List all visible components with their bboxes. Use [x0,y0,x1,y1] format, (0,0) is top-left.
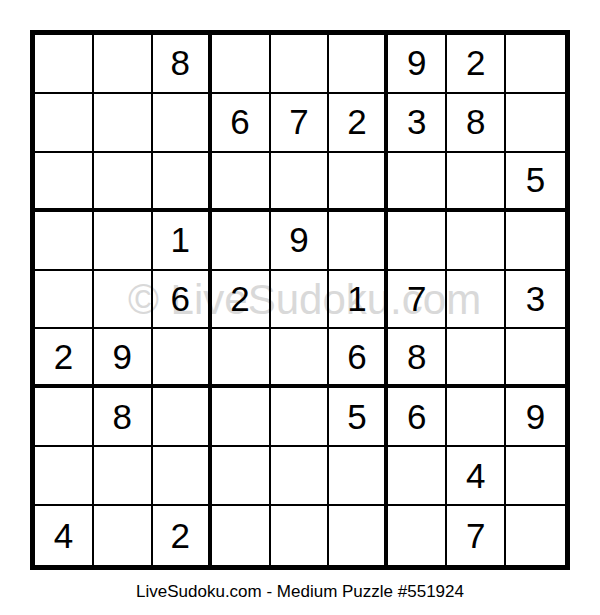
cell-r6c7[interactable]: 8 [388,329,447,388]
cell-r2c7[interactable]: 3 [388,94,447,153]
cell-r2c3[interactable] [153,94,212,153]
cell-r1c9[interactable] [506,35,565,94]
cell-r7c3[interactable] [153,388,212,447]
cell-r5c9[interactable]: 3 [506,271,565,330]
cell-r9c1[interactable]: 4 [35,506,94,565]
cell-r7c6[interactable]: 5 [329,388,388,447]
cell-r3c4[interactable] [212,153,271,212]
cell-r9c6[interactable] [329,506,388,565]
cell-r6c1[interactable]: 2 [35,329,94,388]
cell-r5c7[interactable]: 7 [388,271,447,330]
cell-r4c9[interactable] [506,212,565,271]
cell-r1c4[interactable] [212,35,271,94]
cell-r8c7[interactable] [388,447,447,506]
cell-r3c2[interactable] [94,153,153,212]
cell-r3c5[interactable] [271,153,330,212]
cell-r5c8[interactable] [447,271,506,330]
cell-r3c3[interactable] [153,153,212,212]
cell-r7c9[interactable]: 9 [506,388,565,447]
cell-r6c6[interactable]: 6 [329,329,388,388]
cell-r7c2[interactable]: 8 [94,388,153,447]
cell-r1c6[interactable] [329,35,388,94]
cell-r9c2[interactable] [94,506,153,565]
cell-r3c7[interactable] [388,153,447,212]
cell-r3c6[interactable] [329,153,388,212]
cell-r9c8[interactable]: 7 [447,506,506,565]
cell-r8c5[interactable] [271,447,330,506]
sudoku-grid: 8926723851962173296885694427 [35,35,565,565]
cell-r6c9[interactable] [506,329,565,388]
cell-r1c5[interactable] [271,35,330,94]
cell-r4c7[interactable] [388,212,447,271]
cell-r6c4[interactable] [212,329,271,388]
cell-r7c5[interactable] [271,388,330,447]
cell-r7c1[interactable] [35,388,94,447]
cell-r2c4[interactable]: 6 [212,94,271,153]
cell-r3c9[interactable]: 5 [506,153,565,212]
caption: LiveSudoku.com - Medium Puzzle #551924 [0,582,600,602]
cell-r9c5[interactable] [271,506,330,565]
cell-r6c8[interactable] [447,329,506,388]
cell-r3c1[interactable] [35,153,94,212]
cell-r2c9[interactable] [506,94,565,153]
cell-r4c5[interactable]: 9 [271,212,330,271]
cell-r6c2[interactable]: 9 [94,329,153,388]
cell-r4c3[interactable]: 1 [153,212,212,271]
cell-r2c6[interactable]: 2 [329,94,388,153]
cell-r5c1[interactable] [35,271,94,330]
cell-r6c3[interactable] [153,329,212,388]
cell-r2c2[interactable] [94,94,153,153]
cell-r1c7[interactable]: 9 [388,35,447,94]
sudoku-board: © LiveSudoku.com 89267238519621732968856… [30,30,570,570]
cell-r1c2[interactable] [94,35,153,94]
cell-r9c4[interactable] [212,506,271,565]
cell-r4c2[interactable] [94,212,153,271]
cell-r1c8[interactable]: 2 [447,35,506,94]
cell-r4c6[interactable] [329,212,388,271]
cell-r5c2[interactable] [94,271,153,330]
cell-r1c3[interactable]: 8 [153,35,212,94]
sudoku-page: © LiveSudoku.com 89267238519621732968856… [0,0,600,615]
cell-r9c3[interactable]: 2 [153,506,212,565]
cell-r4c1[interactable] [35,212,94,271]
cell-r9c7[interactable] [388,506,447,565]
cell-r8c6[interactable] [329,447,388,506]
cell-r2c1[interactable] [35,94,94,153]
cell-r8c1[interactable] [35,447,94,506]
cell-r7c7[interactable]: 6 [388,388,447,447]
cell-r1c1[interactable] [35,35,94,94]
cell-r5c6[interactable]: 1 [329,271,388,330]
cell-r2c8[interactable]: 8 [447,94,506,153]
cell-r2c5[interactable]: 7 [271,94,330,153]
cell-r3c8[interactable] [447,153,506,212]
cell-r4c8[interactable] [447,212,506,271]
cell-r8c8[interactable]: 4 [447,447,506,506]
cell-r8c2[interactable] [94,447,153,506]
cell-r9c9[interactable] [506,506,565,565]
cell-r7c8[interactable] [447,388,506,447]
cell-r8c4[interactable] [212,447,271,506]
cell-r5c5[interactable] [271,271,330,330]
cell-r7c4[interactable] [212,388,271,447]
cell-r5c3[interactable]: 6 [153,271,212,330]
cell-r8c9[interactable] [506,447,565,506]
cell-r5c4[interactable]: 2 [212,271,271,330]
cell-r6c5[interactable] [271,329,330,388]
cell-r8c3[interactable] [153,447,212,506]
cell-r4c4[interactable] [212,212,271,271]
